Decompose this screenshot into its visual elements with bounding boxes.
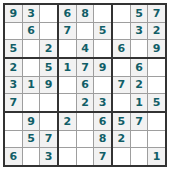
cell-r9c3: 3	[40, 148, 57, 165]
sudoku-page: 9365268754573269253197179623672159576326…	[0, 0, 170, 170]
cell-r5c4[interactable]	[59, 77, 76, 94]
cell-r2c4: 7	[59, 23, 76, 40]
cell-r6c8: 1	[131, 94, 148, 111]
sudoku-box-4: 253197	[5, 59, 57, 111]
cell-r7c4: 2	[59, 113, 76, 130]
cell-r1c6[interactable]	[94, 5, 111, 22]
cell-r1c1: 9	[5, 5, 22, 22]
sudoku-box-7: 95763	[5, 113, 57, 165]
cell-r1c9: 7	[148, 5, 165, 22]
sudoku-box-3: 573269	[113, 5, 165, 57]
cell-r1c3[interactable]	[40, 5, 57, 22]
cell-r3c2[interactable]	[23, 40, 40, 57]
cell-r8c9[interactable]	[148, 131, 165, 148]
cell-r3c6[interactable]	[94, 40, 111, 57]
cell-r6c9: 5	[148, 94, 165, 111]
cell-r6c2[interactable]	[23, 94, 40, 111]
cell-r5c8: 2	[131, 77, 148, 94]
cell-r4c6: 9	[94, 59, 111, 76]
cell-r6c5: 2	[77, 94, 94, 111]
cell-r5c1: 3	[5, 77, 22, 94]
cell-r9c2[interactable]	[23, 148, 40, 165]
cell-r8c4[interactable]	[59, 131, 76, 148]
cell-r4c5: 7	[77, 59, 94, 76]
cell-r8c8[interactable]	[131, 131, 148, 148]
cell-r1c7[interactable]	[113, 5, 130, 22]
cell-r6c7[interactable]	[113, 94, 130, 111]
cell-r2c5[interactable]	[77, 23, 94, 40]
sudoku-board: 9365268754573269253197179623672159576326…	[3, 3, 167, 167]
cell-r4c7[interactable]	[113, 59, 130, 76]
cell-r6c3[interactable]	[40, 94, 57, 111]
cell-r9c1: 6	[5, 148, 22, 165]
cell-r7c8: 7	[131, 113, 148, 130]
cell-r5c9[interactable]	[148, 77, 165, 94]
cell-r7c9[interactable]	[148, 113, 165, 130]
sudoku-box-6: 67215	[113, 59, 165, 111]
cell-r3c5: 4	[77, 40, 94, 57]
cell-r7c7: 5	[113, 113, 130, 130]
cell-r2c3[interactable]	[40, 23, 57, 40]
cell-r5c5: 6	[77, 77, 94, 94]
cell-r3c3: 2	[40, 40, 57, 57]
cell-r8c5[interactable]	[77, 131, 94, 148]
cell-r4c3: 5	[40, 59, 57, 76]
sudoku-box-2: 68754	[59, 5, 111, 57]
cell-r8c1[interactable]	[5, 131, 22, 148]
cell-r1c2: 3	[23, 5, 40, 22]
cell-r9c7[interactable]	[113, 148, 130, 165]
cell-r4c2[interactable]	[23, 59, 40, 76]
cell-r3c7: 6	[113, 40, 130, 57]
cell-r4c1: 2	[5, 59, 22, 76]
cell-r2c2: 6	[23, 23, 40, 40]
cell-r7c1[interactable]	[5, 113, 22, 130]
cell-r9c5[interactable]	[77, 148, 94, 165]
cell-r9c4[interactable]	[59, 148, 76, 165]
sudoku-box-5: 179623	[59, 59, 111, 111]
cell-r3c1: 5	[5, 40, 22, 57]
cell-r8c3: 7	[40, 131, 57, 148]
cell-r5c6[interactable]	[94, 77, 111, 94]
cell-r3c9: 9	[148, 40, 165, 57]
cell-r7c2: 9	[23, 113, 40, 130]
cell-r2c8: 3	[131, 23, 148, 40]
cell-r2c9: 2	[148, 23, 165, 40]
cell-r1c8: 5	[131, 5, 148, 22]
cell-r8c2: 5	[23, 131, 40, 148]
cell-r3c4[interactable]	[59, 40, 76, 57]
cell-r1c5: 8	[77, 5, 94, 22]
cell-r5c2: 1	[23, 77, 40, 94]
sudoku-box-8: 2687	[59, 113, 111, 165]
cell-r8c7: 2	[113, 131, 130, 148]
cell-r4c9[interactable]	[148, 59, 165, 76]
cell-r7c3[interactable]	[40, 113, 57, 130]
cell-r7c5[interactable]	[77, 113, 94, 130]
cell-r2c1[interactable]	[5, 23, 22, 40]
cell-r5c7: 7	[113, 77, 130, 94]
sudoku-box-9: 5721	[113, 113, 165, 165]
cell-r2c6: 5	[94, 23, 111, 40]
cell-r6c6: 3	[94, 94, 111, 111]
cell-r4c8: 6	[131, 59, 148, 76]
cell-r1c4: 6	[59, 5, 76, 22]
cell-r9c9: 1	[148, 148, 165, 165]
cell-r9c8[interactable]	[131, 148, 148, 165]
cell-r6c1: 7	[5, 94, 22, 111]
cell-r7c6: 6	[94, 113, 111, 130]
cell-r2c7[interactable]	[113, 23, 130, 40]
cell-r5c3: 9	[40, 77, 57, 94]
cell-r4c4: 1	[59, 59, 76, 76]
cell-r6c4[interactable]	[59, 94, 76, 111]
sudoku-box-1: 93652	[5, 5, 57, 57]
cell-r3c8[interactable]	[131, 40, 148, 57]
cell-r8c6: 8	[94, 131, 111, 148]
cell-r9c6: 7	[94, 148, 111, 165]
